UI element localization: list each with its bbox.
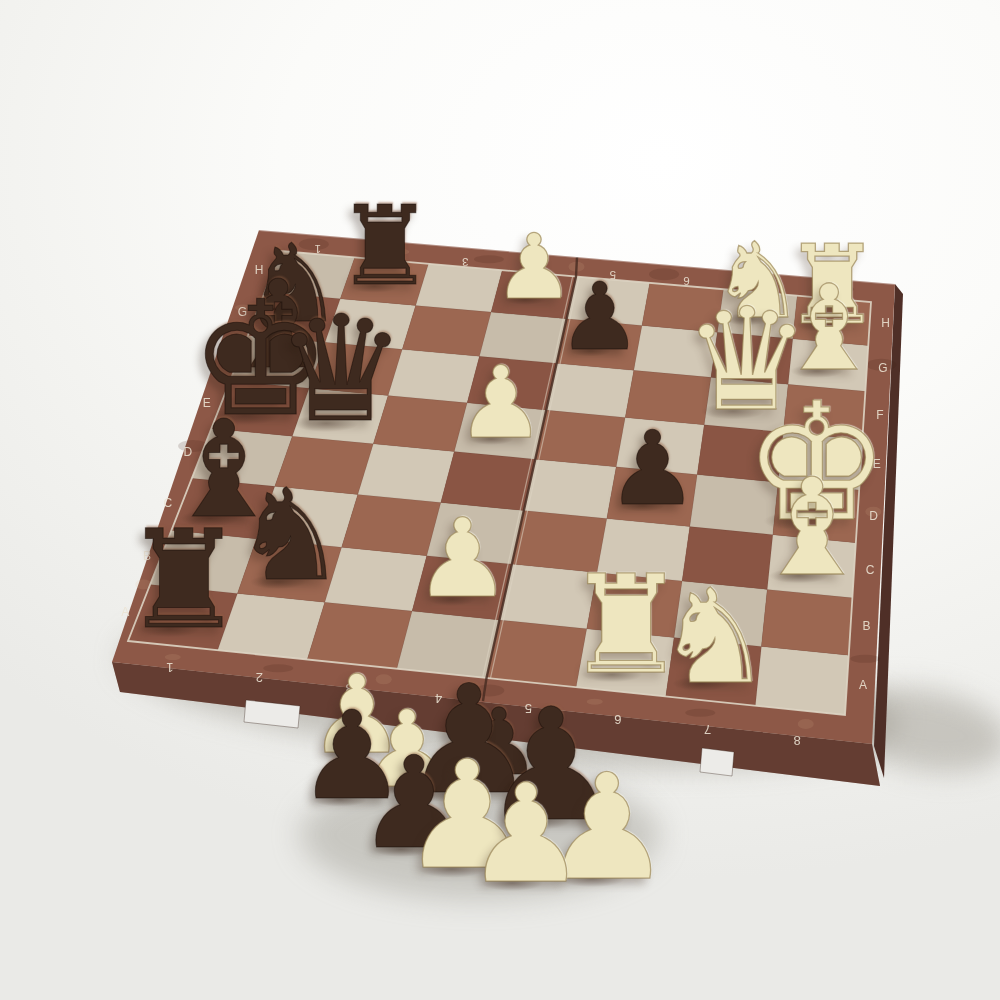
studio-scene: 1122334455667788AABBCCDDEEFFGGHH ♜♟♞♞♜♟♝… bbox=[0, 0, 1000, 1000]
svg-text:3: 3 bbox=[462, 256, 468, 268]
svg-text:1: 1 bbox=[166, 660, 173, 675]
svg-text:7: 7 bbox=[704, 722, 711, 737]
svg-text:H: H bbox=[881, 316, 890, 330]
square-d5[interactable] bbox=[524, 459, 616, 518]
piece-light-pawn-e4[interactable]: ♟ bbox=[456, 354, 545, 453]
piece-light-pawn-b4[interactable]: ♟ bbox=[414, 505, 512, 614]
svg-text:B: B bbox=[863, 619, 871, 633]
svg-text:A: A bbox=[859, 678, 867, 692]
piece-dark-pawn-d6[interactable]: ♟ bbox=[607, 418, 699, 521]
piece-dark-pawn-g5[interactable]: ♟ bbox=[558, 271, 642, 364]
piece-light-knight-a7[interactable]: ♞ bbox=[656, 572, 773, 702]
offboard-pawn-light-10[interactable]: ♟ bbox=[465, 766, 587, 902]
svg-text:8: 8 bbox=[794, 733, 801, 748]
piece-dark-rook-a1[interactable]: ♜ bbox=[122, 512, 244, 648]
piece-dark-knight-b2[interactable]: ♞ bbox=[234, 473, 347, 599]
handle-notch-2 bbox=[700, 748, 734, 776]
piece-dark-queen-e2[interactable]: ♛ bbox=[275, 297, 406, 444]
svg-text:2: 2 bbox=[256, 670, 263, 685]
